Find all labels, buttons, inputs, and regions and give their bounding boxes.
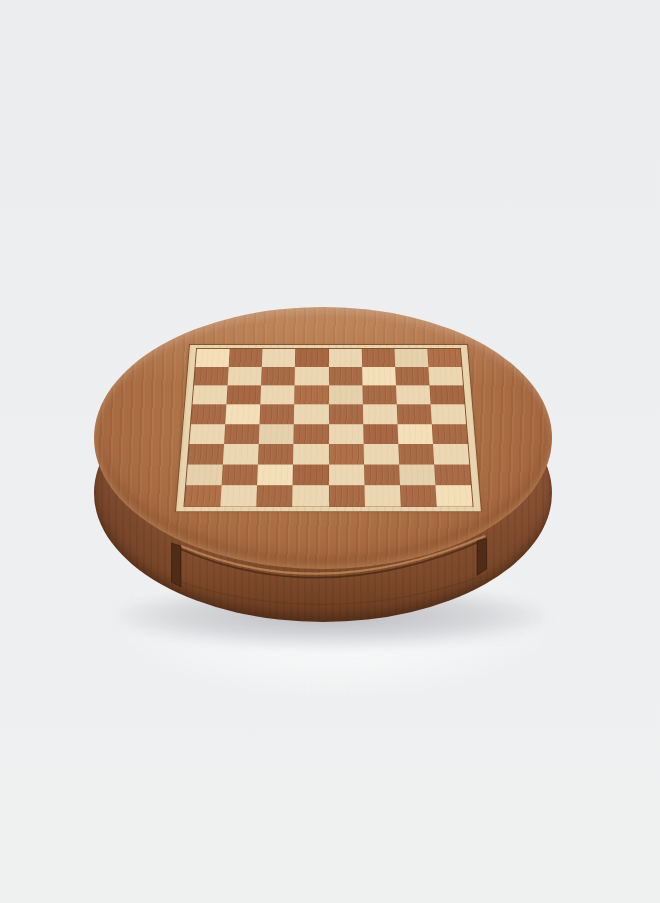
square-a7 (194, 367, 229, 386)
square-f5 (362, 405, 397, 424)
square-e8 (329, 349, 362, 367)
square-c5 (260, 405, 295, 424)
square-g8 (394, 349, 428, 367)
square-h2 (434, 464, 471, 485)
square-h4 (432, 424, 468, 444)
square-b3 (223, 444, 259, 464)
square-e4 (329, 424, 364, 444)
square-g1 (400, 485, 437, 506)
square-f1 (364, 485, 400, 506)
square-g5 (396, 405, 431, 424)
square-f3 (363, 444, 399, 464)
square-d7 (295, 367, 329, 386)
square-a3 (188, 444, 224, 464)
square-b4 (224, 424, 260, 444)
board-grid (183, 348, 473, 507)
square-d6 (295, 386, 329, 405)
square-b6 (227, 386, 262, 405)
square-d8 (295, 349, 328, 367)
square-f8 (361, 349, 395, 367)
square-e2 (329, 464, 365, 485)
square-g2 (399, 464, 435, 485)
square-e7 (329, 367, 363, 386)
square-d2 (293, 464, 329, 485)
product-photo (0, 0, 660, 903)
board-frame (175, 344, 482, 512)
square-e3 (329, 444, 364, 464)
square-d3 (293, 444, 328, 464)
square-d5 (294, 405, 328, 424)
square-c8 (262, 349, 296, 367)
square-g3 (398, 444, 434, 464)
square-b8 (229, 349, 263, 367)
square-a4 (189, 424, 225, 444)
square-h1 (435, 485, 472, 506)
square-e5 (329, 405, 363, 424)
square-h7 (428, 367, 463, 386)
square-c1 (256, 485, 292, 506)
square-c2 (257, 464, 293, 485)
square-f7 (362, 367, 396, 386)
square-d4 (294, 424, 329, 444)
square-f6 (362, 386, 396, 405)
square-f4 (363, 424, 398, 444)
square-b2 (222, 464, 258, 485)
square-h5 (430, 405, 466, 424)
square-f2 (364, 464, 400, 485)
square-h8 (427, 349, 461, 367)
square-b1 (220, 485, 257, 506)
square-e1 (329, 485, 365, 506)
square-d1 (292, 485, 328, 506)
square-a1 (184, 485, 221, 506)
square-b7 (228, 367, 262, 386)
square-c4 (259, 424, 294, 444)
square-a8 (195, 349, 229, 367)
square-g7 (395, 367, 429, 386)
chess-board (175, 344, 482, 512)
square-b5 (225, 405, 260, 424)
square-a2 (186, 464, 223, 485)
square-a5 (191, 405, 227, 424)
square-c7 (261, 367, 295, 386)
square-c6 (261, 386, 295, 405)
square-e6 (329, 386, 363, 405)
square-h3 (433, 444, 469, 464)
square-a6 (193, 386, 228, 405)
square-g6 (396, 386, 431, 405)
square-g4 (397, 424, 433, 444)
square-h6 (429, 386, 464, 405)
square-c3 (258, 444, 294, 464)
